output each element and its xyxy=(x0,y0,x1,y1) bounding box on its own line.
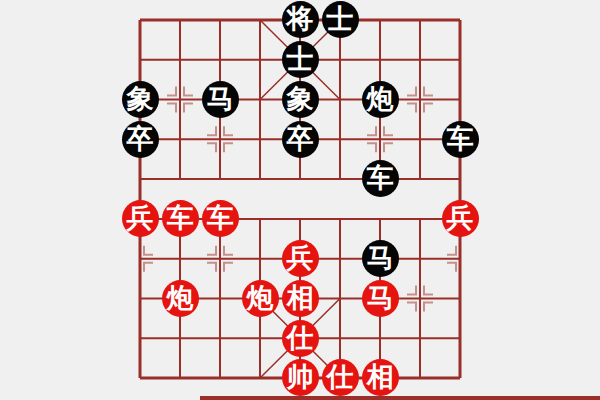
piece-black-advisor[interactable]: 士 xyxy=(322,1,359,38)
cell-file7-rank7: 马 xyxy=(360,239,400,279)
cell-file9-rank6: 兵 xyxy=(440,199,480,239)
piece-red-advisor[interactable]: 仕 xyxy=(322,359,359,396)
piece-black-advisor[interactable]: 士 xyxy=(282,41,319,78)
piece-black-elephant[interactable]: 象 xyxy=(122,81,159,118)
piece-red-chariot[interactable]: 车 xyxy=(202,200,239,237)
cell-file5-rank7: 兵 xyxy=(280,239,320,279)
cell-file2-rank8: 炮 xyxy=(160,278,200,318)
piece-red-soldier[interactable]: 兵 xyxy=(282,240,319,277)
piece-red-elephant[interactable]: 相 xyxy=(362,359,399,396)
piece-black-cannon[interactable]: 炮 xyxy=(362,81,399,118)
cell-file5-rank8: 相 xyxy=(280,278,320,318)
piece-red-soldier[interactable]: 兵 xyxy=(442,200,479,237)
cell-file6-rank10: 仕 xyxy=(320,358,360,398)
piece-black-horse[interactable]: 马 xyxy=(202,81,239,118)
piece-red-advisor[interactable]: 仕 xyxy=(282,320,319,357)
piece-red-elephant[interactable]: 相 xyxy=(282,280,319,317)
xiangqi-app: 将士士象马象炮卒卒车车马兵车车兵兵炮炮相马仕帅仕相 xyxy=(0,0,600,400)
bottom-bar xyxy=(200,396,600,400)
cell-file5-rank2: 士 xyxy=(280,40,320,80)
cell-file9-rank4: 车 xyxy=(440,119,480,159)
cell-file5-rank1: 将 xyxy=(280,0,320,40)
piece-black-general[interactable]: 将 xyxy=(282,1,319,38)
cell-file5-rank3: 象 xyxy=(280,80,320,120)
piece-black-chariot[interactable]: 车 xyxy=(362,160,399,197)
piece-red-general[interactable]: 帅 xyxy=(282,359,319,396)
cell-file1-rank4: 卒 xyxy=(120,119,160,159)
cell-file2-rank6: 车 xyxy=(160,199,200,239)
piece-black-horse[interactable]: 马 xyxy=(362,240,399,277)
cell-file3-rank3: 马 xyxy=(200,80,240,120)
piece-red-chariot[interactable]: 车 xyxy=(162,200,199,237)
piece-red-soldier[interactable]: 兵 xyxy=(122,200,159,237)
cell-file5-rank4: 卒 xyxy=(280,119,320,159)
cell-file1-rank6: 兵 xyxy=(120,199,160,239)
piece-black-elephant[interactable]: 象 xyxy=(282,81,319,118)
piece-red-cannon[interactable]: 炮 xyxy=(162,280,199,317)
cell-file1-rank3: 象 xyxy=(120,80,160,120)
piece-red-cannon[interactable]: 炮 xyxy=(242,280,279,317)
cell-file7-rank10: 相 xyxy=(360,358,400,398)
cell-file4-rank8: 炮 xyxy=(240,278,280,318)
xiangqi-board[interactable]: 将士士象马象炮卒卒车车马兵车车兵兵炮炮相马仕帅仕相 xyxy=(120,0,480,398)
piece-red-horse[interactable]: 马 xyxy=(362,280,399,317)
piece-black-soldier[interactable]: 卒 xyxy=(282,121,319,158)
cell-file7-rank5: 车 xyxy=(360,159,400,199)
cell-file7-rank3: 炮 xyxy=(360,80,400,120)
cell-file6-rank1: 士 xyxy=(320,0,360,40)
cell-file5-rank9: 仕 xyxy=(280,318,320,358)
piece-black-soldier[interactable]: 卒 xyxy=(122,121,159,158)
cell-file7-rank8: 马 xyxy=(360,278,400,318)
piece-black-chariot[interactable]: 车 xyxy=(442,121,479,158)
cell-file3-rank6: 车 xyxy=(200,199,240,239)
cell-file5-rank10: 帅 xyxy=(280,358,320,398)
